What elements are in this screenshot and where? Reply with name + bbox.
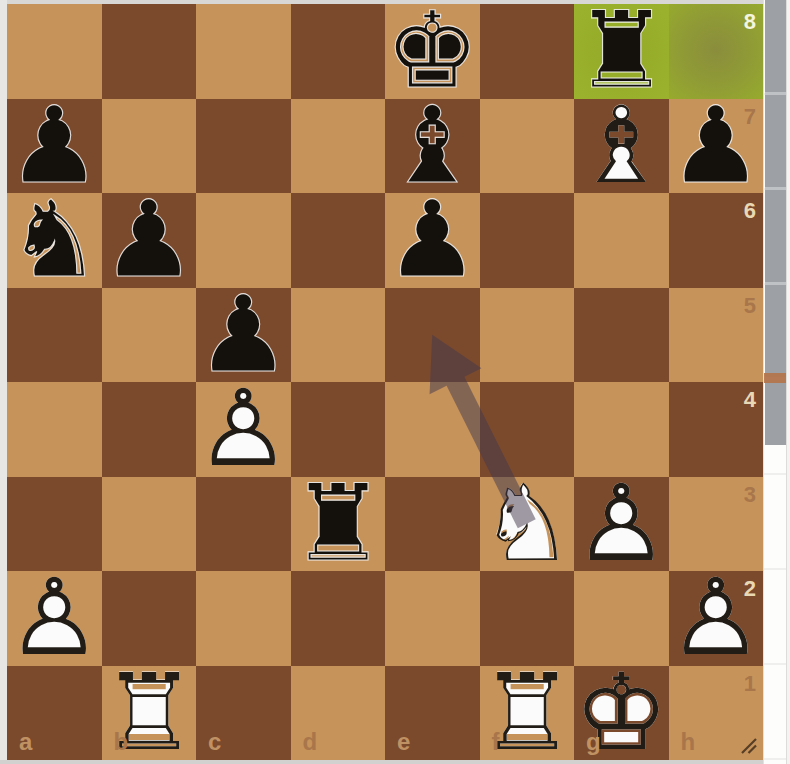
piece-white-pawn[interactable]: ♟♙ — [196, 382, 291, 477]
piece-black-rook[interactable]: ♜ — [291, 477, 386, 572]
page-right-edge — [786, 0, 790, 764]
coord-file-h: h — [681, 728, 696, 756]
piece-black-knight[interactable]: ♞ — [7, 193, 102, 288]
coord-rank-5: 5 — [744, 293, 756, 319]
coord-rank-3: 3 — [744, 482, 756, 508]
square-b5[interactable] — [102, 288, 197, 383]
square-f7[interactable] — [480, 99, 575, 194]
square-h2[interactable]: ♟♙2 — [669, 571, 764, 666]
square-a6[interactable]: ♞ — [7, 193, 102, 288]
piece-glyph-detail: ♗ — [574, 99, 669, 194]
square-f6[interactable] — [480, 193, 575, 288]
square-g5[interactable] — [574, 288, 669, 383]
square-h4[interactable]: 4 — [669, 382, 764, 477]
square-d7[interactable] — [291, 99, 386, 194]
square-e5[interactable] — [385, 288, 480, 383]
square-e1[interactable]: e — [385, 666, 480, 761]
square-d5[interactable] — [291, 288, 386, 383]
piece-glyph-detail: ♖ — [102, 666, 197, 761]
square-d1[interactable]: d — [291, 666, 386, 761]
square-b8[interactable] — [102, 4, 197, 99]
square-f1[interactable]: ♜♖f — [480, 666, 575, 761]
piece-glyph-detail: ♙ — [574, 477, 669, 572]
square-h7[interactable]: ♟7 — [669, 99, 764, 194]
piece-black-pawn[interactable]: ♟ — [669, 99, 764, 194]
coord-file-d: d — [303, 728, 318, 756]
square-b1[interactable]: ♜♖b — [102, 666, 197, 761]
coord-file-c: c — [208, 728, 221, 756]
square-g7[interactable]: ♝♗ — [574, 99, 669, 194]
square-f5[interactable] — [480, 288, 575, 383]
square-h5[interactable]: 5 — [669, 288, 764, 383]
square-c3[interactable] — [196, 477, 291, 572]
coord-rank-8: 8 — [744, 9, 756, 35]
square-c7[interactable] — [196, 99, 291, 194]
square-e2[interactable] — [385, 571, 480, 666]
piece-white-king[interactable]: ♚♔ — [574, 666, 669, 761]
resize-handle-icon[interactable] — [739, 736, 759, 756]
coord-file-a: a — [19, 728, 32, 756]
square-b6[interactable]: ♟ — [102, 193, 197, 288]
coord-rank-1: 1 — [744, 671, 756, 697]
square-h6[interactable]: 6 — [669, 193, 764, 288]
square-f3[interactable]: ♞♘ — [480, 477, 575, 572]
page: ♚♜8♟♝♝♗♟7♞♟♟6♟5♟♙4♜♞♘♟♙3♟♙♟♙2a♜♖bcde♜♖f♚… — [0, 0, 790, 764]
piece-white-rook[interactable]: ♜♖ — [102, 666, 197, 761]
square-b3[interactable] — [102, 477, 197, 572]
coord-file-e: e — [397, 728, 410, 756]
square-d3[interactable]: ♜ — [291, 477, 386, 572]
square-c2[interactable] — [196, 571, 291, 666]
piece-glyph-detail: ♘ — [480, 477, 575, 572]
square-a5[interactable] — [7, 288, 102, 383]
piece-glyph-detail: ♙ — [669, 571, 764, 666]
piece-glyph-detail: ♙ — [196, 382, 291, 477]
piece-white-pawn[interactable]: ♟♙ — [7, 571, 102, 666]
square-d2[interactable] — [291, 571, 386, 666]
square-f8[interactable] — [480, 4, 575, 99]
scrollbar-marker — [764, 373, 787, 383]
piece-white-pawn[interactable]: ♟♙ — [669, 571, 764, 666]
coord-rank-4: 4 — [744, 387, 756, 413]
square-c4[interactable]: ♟♙ — [196, 382, 291, 477]
square-d8[interactable] — [291, 4, 386, 99]
piece-white-rook[interactable]: ♜♖ — [480, 666, 575, 761]
piece-glyph-detail: ♔ — [574, 666, 669, 761]
square-a1[interactable]: a — [7, 666, 102, 761]
piece-glyph-detail: ♙ — [7, 571, 102, 666]
coord-rank-6: 6 — [744, 198, 756, 224]
piece-black-pawn[interactable]: ♟ — [385, 193, 480, 288]
square-b4[interactable] — [102, 382, 197, 477]
square-g6[interactable] — [574, 193, 669, 288]
piece-white-bishop[interactable]: ♝♗ — [574, 99, 669, 194]
square-h1[interactable]: 1h — [669, 666, 764, 761]
piece-white-knight[interactable]: ♞♘ — [480, 477, 575, 572]
square-g1[interactable]: ♚♔g — [574, 666, 669, 761]
scrollbar[interactable] — [763, 0, 790, 764]
square-e4[interactable] — [385, 382, 480, 477]
square-a2[interactable]: ♟♙ — [7, 571, 102, 666]
piece-black-pawn[interactable]: ♟ — [102, 193, 197, 288]
piece-white-pawn[interactable]: ♟♙ — [574, 477, 669, 572]
square-e3[interactable] — [385, 477, 480, 572]
square-a4[interactable] — [7, 382, 102, 477]
chess-board: ♚♜8♟♝♝♗♟7♞♟♟6♟5♟♙4♜♞♘♟♙3♟♙♟♙2a♜♖bcde♜♖f♚… — [7, 4, 763, 760]
square-c1[interactable]: c — [196, 666, 291, 761]
piece-glyph-detail: ♖ — [480, 666, 575, 761]
square-e6[interactable]: ♟ — [385, 193, 480, 288]
square-g3[interactable]: ♟♙ — [574, 477, 669, 572]
square-c8[interactable] — [196, 4, 291, 99]
square-d6[interactable] — [291, 193, 386, 288]
